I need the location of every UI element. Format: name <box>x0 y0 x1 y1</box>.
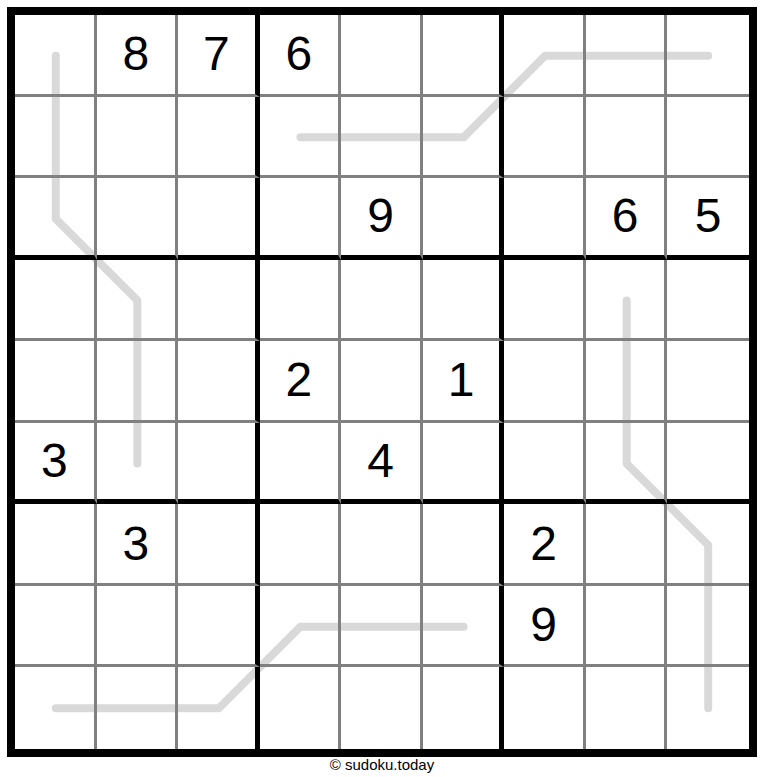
cell-r1c8[interactable] <box>586 15 668 97</box>
cell-r2c4[interactable] <box>260 97 342 179</box>
cell-r3c6[interactable] <box>423 178 505 260</box>
cell-r8c2[interactable] <box>97 586 179 668</box>
cell-r8c6[interactable] <box>423 586 505 668</box>
cell-r9c9[interactable] <box>667 667 749 749</box>
cell-r3c9[interactable]: 5 <box>667 178 749 260</box>
cell-r4c3[interactable] <box>178 260 260 342</box>
cell-r9c2[interactable] <box>97 667 179 749</box>
cell-r1c4[interactable]: 6 <box>260 15 342 97</box>
cell-r1c6[interactable] <box>423 15 505 97</box>
sudoku-grid: 8769652134329 <box>15 15 749 749</box>
cell-r5c8[interactable] <box>586 341 668 423</box>
cell-r4c1[interactable] <box>15 260 97 342</box>
cell-r9c3[interactable] <box>178 667 260 749</box>
cell-r2c8[interactable] <box>586 97 668 179</box>
cell-r4c8[interactable] <box>586 260 668 342</box>
cell-r8c1[interactable] <box>15 586 97 668</box>
cell-r8c3[interactable] <box>178 586 260 668</box>
cell-r9c4[interactable] <box>260 667 342 749</box>
sudoku-board: 8769652134329 <box>7 7 757 757</box>
cell-r7c4[interactable] <box>260 504 342 586</box>
cell-r5c2[interactable] <box>97 341 179 423</box>
cell-r1c5[interactable] <box>341 15 423 97</box>
cell-r7c8[interactable] <box>586 504 668 586</box>
cell-r5c1[interactable] <box>15 341 97 423</box>
cell-r4c4[interactable] <box>260 260 342 342</box>
cell-r6c4[interactable] <box>260 423 342 505</box>
cell-r1c1[interactable] <box>15 15 97 97</box>
cell-r9c8[interactable] <box>586 667 668 749</box>
cell-r3c1[interactable] <box>15 178 97 260</box>
cell-r9c6[interactable] <box>423 667 505 749</box>
cell-r6c3[interactable] <box>178 423 260 505</box>
cell-r8c8[interactable] <box>586 586 668 668</box>
cell-r3c5[interactable]: 9 <box>341 178 423 260</box>
cell-r3c7[interactable] <box>504 178 586 260</box>
cell-r8c9[interactable] <box>667 586 749 668</box>
cell-r5c6[interactable]: 1 <box>423 341 505 423</box>
cell-r4c2[interactable] <box>97 260 179 342</box>
cell-r4c7[interactable] <box>504 260 586 342</box>
cell-r1c2[interactable]: 8 <box>97 15 179 97</box>
cell-r7c2[interactable]: 3 <box>97 504 179 586</box>
cell-r3c2[interactable] <box>97 178 179 260</box>
cell-r5c5[interactable] <box>341 341 423 423</box>
cell-r6c5[interactable]: 4 <box>341 423 423 505</box>
cell-r4c5[interactable] <box>341 260 423 342</box>
cell-r9c7[interactable] <box>504 667 586 749</box>
cell-r3c3[interactable] <box>178 178 260 260</box>
cell-r3c8[interactable]: 6 <box>586 178 668 260</box>
cell-r6c7[interactable] <box>504 423 586 505</box>
cell-r6c6[interactable] <box>423 423 505 505</box>
cell-r2c3[interactable] <box>178 97 260 179</box>
cell-r5c7[interactable] <box>504 341 586 423</box>
cell-r8c7[interactable]: 9 <box>504 586 586 668</box>
cell-r1c7[interactable] <box>504 15 586 97</box>
cell-r7c3[interactable] <box>178 504 260 586</box>
copyright-text: © sudoku.today <box>0 756 764 773</box>
cell-r2c1[interactable] <box>15 97 97 179</box>
cell-r1c3[interactable]: 7 <box>178 15 260 97</box>
cell-r2c9[interactable] <box>667 97 749 179</box>
cell-r2c6[interactable] <box>423 97 505 179</box>
cell-r7c5[interactable] <box>341 504 423 586</box>
cell-r2c5[interactable] <box>341 97 423 179</box>
cell-r8c5[interactable] <box>341 586 423 668</box>
cell-r3c4[interactable] <box>260 178 342 260</box>
cell-r6c8[interactable] <box>586 423 668 505</box>
cell-r8c4[interactable] <box>260 586 342 668</box>
cell-r9c1[interactable] <box>15 667 97 749</box>
cell-r6c1[interactable]: 3 <box>15 423 97 505</box>
cell-r5c3[interactable] <box>178 341 260 423</box>
cell-r7c6[interactable] <box>423 504 505 586</box>
cell-r5c4[interactable]: 2 <box>260 341 342 423</box>
cell-r2c2[interactable] <box>97 97 179 179</box>
cell-r6c9[interactable] <box>667 423 749 505</box>
cell-r7c1[interactable] <box>15 504 97 586</box>
cell-r2c7[interactable] <box>504 97 586 179</box>
cell-r5c9[interactable] <box>667 341 749 423</box>
cell-r7c7[interactable]: 2 <box>504 504 586 586</box>
cell-r4c9[interactable] <box>667 260 749 342</box>
cell-r7c9[interactable] <box>667 504 749 586</box>
cell-r9c5[interactable] <box>341 667 423 749</box>
cell-r4c6[interactable] <box>423 260 505 342</box>
cell-r6c2[interactable] <box>97 423 179 505</box>
cell-r1c9[interactable] <box>667 15 749 97</box>
